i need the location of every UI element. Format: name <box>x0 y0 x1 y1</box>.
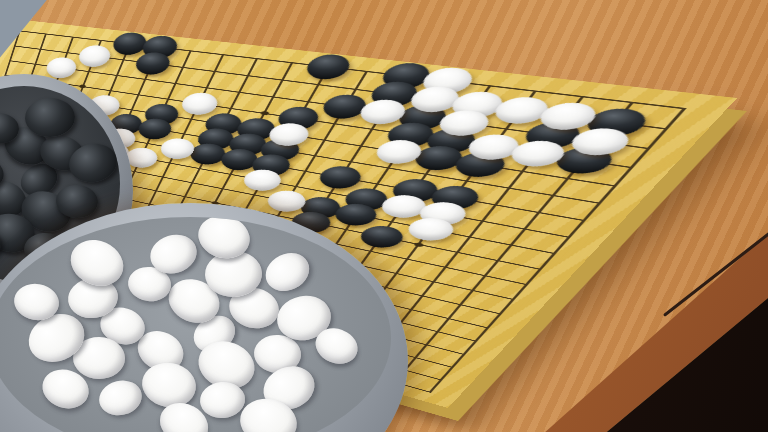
white-stone[interactable] <box>178 90 222 116</box>
white-bowl-stone <box>95 376 145 420</box>
white-bowl-stone <box>259 246 315 298</box>
black-stone[interactable] <box>315 164 367 192</box>
black-bowl-stone <box>25 97 77 138</box>
black-stone[interactable] <box>302 53 356 82</box>
go-game-photo <box>0 0 768 432</box>
white-bowl-stone <box>138 358 199 411</box>
white-stone[interactable] <box>76 44 114 69</box>
black-stone[interactable] <box>355 223 409 251</box>
white-bowl-interior <box>0 217 391 432</box>
